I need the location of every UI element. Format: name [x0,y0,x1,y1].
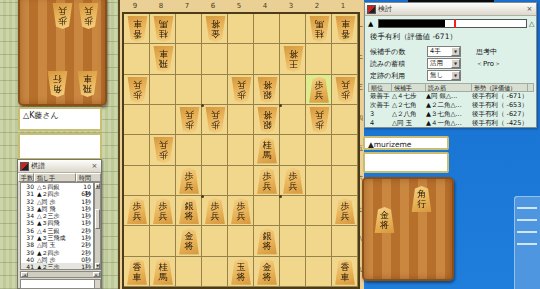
board-cell[interactable] [176,44,202,74]
pv-c3: ▲４一角△... [426,119,472,128]
board-cell[interactable] [124,166,150,196]
shogi-board: 987654321 一二三四五六七八九 香車桂馬金将桂馬香車飛車王将歩兵歩兵銀将… [118,0,364,289]
gote-player-name-box[interactable]: △K藤さん [18,107,102,131]
kifu-row[interactable]: 37▲３三飛成1秒 [21,234,93,241]
board-cell[interactable] [124,105,150,135]
k-no: 38 [21,241,34,248]
chevron-down-icon[interactable]: ▼ [451,47,460,56]
shogi-piece-gote[interactable]: 飛車 [77,71,98,97]
board-cell[interactable] [202,75,228,105]
option-candidate-count: 候補手の数 4手 ▼ 思考中 [370,46,535,57]
k-time: 2秒 [79,241,93,248]
board-cell[interactable] [176,257,202,287]
kifu-row[interactable]: 38△同 玉2秒 [21,241,93,248]
option-label: 読みの蓄積 [370,59,405,69]
board-cell[interactable] [176,75,202,105]
board-cell[interactable] [202,257,228,287]
k-no: 32 [21,198,34,205]
dropdown-value: 活用 [430,59,443,67]
candidate-row[interactable]: 次善手△２七角▲２二角△...後手有利（ -653） [368,101,534,110]
board-cell[interactable] [202,135,228,165]
k-no: 37 [21,234,34,241]
kifu-window-icon [20,162,29,171]
board-cell[interactable] [332,105,358,135]
shogi-piece-sente[interactable]: 角行 [411,186,432,212]
pv-c3: ▲３七角△... [426,110,472,119]
pv-c2: △２八角 [392,110,426,119]
board-cell[interactable] [306,44,332,74]
k-move: △５四銀 [34,183,79,190]
file-label: 8 [148,1,174,11]
board-cell[interactable] [254,196,280,226]
board-cell[interactable] [228,166,254,196]
kifu-row[interactable]: 34△２三歩1秒 [21,212,93,219]
board-cell[interactable] [306,257,332,287]
k-time: 1秒 [79,219,93,226]
analysis-titlebar[interactable]: 検討 × [365,3,536,16]
board-cell[interactable] [150,226,176,256]
candidate-row[interactable]: 4△同 玉▲４一角△...後手有利（ -425） [368,119,534,128]
board-cell[interactable] [306,226,332,256]
evaluation-bar-row: ▲ △ [368,19,535,29]
kifu-header-moveno: 手数 [18,173,34,182]
board-cell[interactable] [202,166,228,196]
board-cell[interactable] [228,44,254,74]
kifu-header-time: 時間 [76,173,101,182]
file-label: 4 [252,1,278,11]
k-time: 1秒 [79,212,93,219]
joseki-use-dropdown[interactable]: 無し ▼ [427,70,461,81]
board-cell[interactable] [306,166,332,196]
scroll-up-icon[interactable]: ▲ [95,183,100,189]
k-move: △２三歩 [34,212,79,219]
k-move: ▲３三飛成 [34,234,79,241]
analysis-close-icon[interactable]: × [525,5,534,13]
k-no: 34 [21,212,34,219]
k-no: 31 [21,190,34,197]
star-point [279,195,282,198]
gote-mark: △ [529,20,534,28]
file-labels: 987654321 [122,1,356,11]
k-time: 10秒 [79,183,93,190]
analysis-window: 検討 × ▲ △ 後手有利（評価値 -671） 候補手の数 4手 ▼ 思考中 読… [364,2,537,128]
kifu-list-headers: 手数 指し手 時間 [18,173,101,182]
pv-c5 [528,110,534,119]
analysis-window-title: 検討 [378,4,525,14]
pro-label: ＜Pro＞ [476,59,501,69]
file-label: 3 [278,1,304,11]
k-no: 40 [21,256,34,263]
star-point [201,104,204,107]
file-label: 9 [122,1,148,11]
k-time: 1秒 [79,234,93,241]
board-cell[interactable] [150,105,176,135]
star-point [201,195,204,198]
board-grid[interactable]: 香車桂馬金将桂馬香車飛車王将歩兵歩兵銀将歩兵歩兵歩兵歩兵銀将歩兵歩兵桂馬歩兵歩兵… [122,12,360,289]
header-eval: 形勢（評価値） [472,83,528,92]
kifu-vertical-scrollbar[interactable]: ▲ ▼ [94,182,101,270]
kifu-row[interactable]: 39▲２四歩2秒 [21,249,93,256]
pv-c4: 後手有利（ -671） [472,92,528,101]
desktop-panel-divider [517,243,537,245]
pv-c1: 最善手 [368,92,392,101]
pv-c3: ▲同 銀△... [426,92,472,101]
evaluation-bar-black-fill [379,20,445,27]
shogi-piece-gote[interactable]: 歩兵 [78,3,99,29]
kifu-scroll-thumb[interactable] [95,209,100,229]
header-rank: 順位 [368,83,392,92]
k-time: 1秒 [79,198,93,205]
pv-c5 [528,101,534,110]
kifu-row[interactable]: 40△同 歩0秒 [21,256,93,263]
board-cell[interactable] [280,105,306,135]
candidate-table-header: 順位 候補手 読み筋 形勢（評価値） [368,83,534,92]
k-move: ▲３四飛 [34,219,79,226]
board-cell[interactable] [124,226,150,256]
board-cell[interactable] [202,44,228,74]
board-cell[interactable] [332,226,358,256]
kifu-row[interactable]: 31▲２四歩6秒 [21,190,93,197]
k-move: △同 歩 [34,256,79,263]
k-no: 41 [21,263,34,270]
board-cell[interactable] [280,257,306,287]
file-label: 6 [200,1,226,11]
option-accumulated-reading: 読みの蓄積 活用 ▼ ＜Pro＞ [370,58,535,69]
desktop-panel-divider [517,219,537,221]
scroll-left-icon[interactable]: ◄ [21,272,28,277]
candidate-count-dropdown[interactable]: 4手 ▼ [427,46,461,57]
chevron-down-icon[interactable]: ▼ [451,59,460,68]
accumulated-reading-dropdown[interactable]: 活用 ▼ [427,58,461,69]
file-label: 7 [174,1,200,11]
candidate-moves-table: 順位 候補手 読み筋 形勢（評価値） 最善手△４七歩▲同 銀△...後手有利（ … [368,83,534,128]
scroll-down-icon[interactable]: ▼ [95,263,100,269]
thinking-status: 思考中 [476,47,497,57]
board-cell[interactable] [150,75,176,105]
star-point [279,104,282,107]
kifu-window: 棋譜 × 手数 指し手 時間 30△５四銀10秒31▲２四歩6秒32△同 歩1秒… [17,159,102,289]
board-cell[interactable] [332,135,358,165]
file-label: 2 [304,1,330,11]
option-label: 候補手の数 [370,47,405,57]
kifu-horizontal-scrollbar[interactable]: ◄ ► [20,271,101,278]
board-cell[interactable] [228,226,254,256]
gote-info-box [18,133,102,160]
option-joseki-use: 定跡の利用 無し ▼ [370,70,535,81]
kifu-row[interactable]: 30△５四銀10秒 [21,183,93,190]
board-cell[interactable] [228,105,254,135]
k-time: 1秒 [79,263,93,270]
board-cell[interactable] [254,44,280,74]
chevron-down-icon[interactable]: ▼ [451,71,460,80]
sente-captured-pieces-tray: 角行金将 [362,177,454,281]
board-cell[interactable] [176,14,202,44]
candidate-row[interactable]: 3△２八角▲３七角△...後手有利（ -627） [368,110,534,119]
k-move: △同 玉 [34,241,79,248]
k-move: ▲同 飛 [34,205,79,212]
pv-c3: ▲２二角△... [426,101,472,110]
k-no: 30 [21,183,34,190]
kifu-move-list[interactable]: 30△５四銀10秒31▲２四歩6秒32△同 歩1秒33▲同 飛1秒34△２三歩1… [20,182,94,270]
k-time: 2秒 [79,249,93,256]
sente-player-name: ▲murizeme [368,140,411,149]
k-no: 39 [21,249,34,256]
file-label: 5 [226,1,252,11]
kifu-comment-box[interactable] [20,279,101,289]
k-time: 2秒 [79,227,93,234]
kifu-titlebar[interactable]: 棋譜 × [18,160,101,173]
pv-c2: △４七歩 [392,92,426,101]
option-label: 定跡の利用 [370,71,405,81]
pv-c5 [528,119,534,128]
pv-c1: 次善手 [368,101,392,110]
sente-mark: ▲ [368,20,373,28]
pv-c4: 後手有利（ -653） [472,101,528,110]
comment-scrollbar[interactable] [94,280,100,288]
board-cell[interactable] [228,14,254,44]
kifu-row[interactable]: 36△４三銀2秒 [21,227,93,234]
evaluation-bar [378,19,527,28]
board-cell[interactable] [306,135,332,165]
file-label: 1 [330,1,356,11]
k-time: 6秒 [79,190,93,197]
desktop-panel-divider [517,231,537,233]
board-cell[interactable] [280,135,306,165]
board-cell[interactable] [332,44,358,74]
gote-player-name: △K藤さん [23,111,59,120]
kifu-row[interactable]: 32△同 歩1秒 [21,198,93,205]
k-move: ▲２三歩 [34,263,79,270]
board-cell[interactable] [124,44,150,74]
k-no: 36 [21,227,34,234]
candidate-table-body: 最善手△４七歩▲同 銀△...後手有利（ -671）次善手△２七角▲２二角△..… [368,92,534,128]
header-candidate: 候補手 [392,83,426,92]
board-cell[interactable] [306,196,332,226]
k-move: ▲２四歩 [34,190,79,197]
evaluation-bar-red-marker [454,19,456,28]
shogi-piece-gote[interactable]: 歩兵 [52,3,73,29]
kifu-header-move: 指し手 [34,173,76,182]
pv-c5 [528,92,534,101]
pv-c1: 4 [368,119,392,128]
k-no: 33 [21,205,34,212]
kifu-row[interactable]: 35▲３四飛1秒 [21,219,93,226]
desktop-panel-divider [517,207,537,209]
kifu-window-title: 棋譜 [31,161,90,171]
board-cell[interactable] [280,14,306,44]
pv-c4: 後手有利（ -627） [472,110,528,119]
board-cell[interactable] [254,14,280,44]
shogi-piece-gote[interactable]: 角行 [47,71,68,97]
board-cell[interactable] [280,75,306,105]
k-time: 1秒 [79,205,93,212]
k-move: △４三銀 [34,227,79,234]
scroll-right-icon[interactable]: ► [93,272,100,277]
pv-c1: 3 [368,110,392,119]
dropdown-value: 4手 [430,47,441,55]
board-cell[interactable] [124,135,150,165]
board-cell[interactable] [150,166,176,196]
board-cell[interactable] [176,135,202,165]
k-move: ▲２四歩 [34,249,79,256]
kifu-row[interactable]: 41▲２三歩1秒 [21,263,93,270]
screen: 987654321 一二三四五六七八九 香車桂馬金将桂馬香車飛車王将歩兵歩兵銀将… [0,0,540,289]
pv-c4: 後手有利（ -425） [472,119,528,128]
pv-c2: △同 玉 [392,119,426,128]
header-filler [528,83,534,92]
sente-player-name-box[interactable]: ▲murizeme [363,136,449,150]
k-no: 35 [21,219,34,226]
board-cell[interactable] [280,226,306,256]
header-pv: 読み筋 [426,83,472,92]
dropdown-value: 無し [430,71,443,79]
board-cell[interactable] [202,226,228,256]
evaluation-text: 後手有利（評価値 -671） [370,32,457,42]
sente-info-box [363,152,449,173]
board-cell[interactable] [228,135,254,165]
k-time: 0秒 [79,256,93,263]
board-cell[interactable] [280,196,306,226]
kifu-close-icon[interactable]: × [90,162,99,170]
k-move: △同 歩 [34,198,79,205]
candidate-row[interactable]: 最善手△４七歩▲同 銀△...後手有利（ -671） [368,92,534,101]
shogi-piece-sente[interactable]: 金将 [374,207,395,233]
analysis-window-icon [367,5,376,14]
gote-captured-pieces-tray: 歩兵歩兵角行飛車 [18,0,107,106]
pv-c2: △２七角 [392,101,426,110]
kifu-row[interactable]: 33▲同 飛1秒 [21,205,93,212]
board-cell[interactable] [332,166,358,196]
